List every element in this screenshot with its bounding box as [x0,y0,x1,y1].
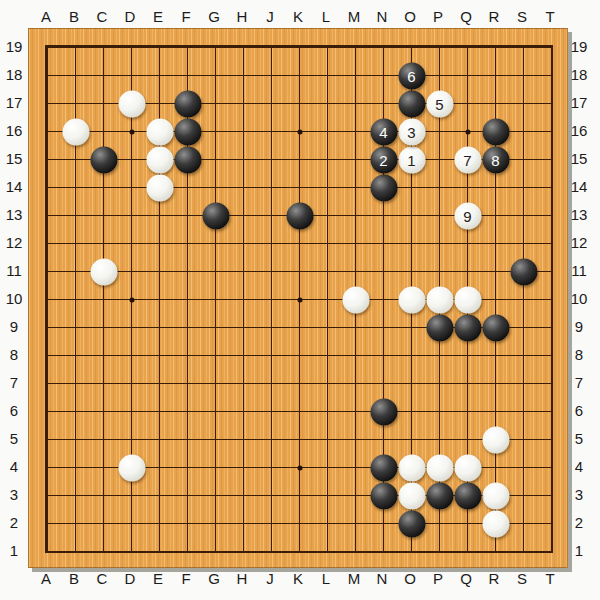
white-stone-P10: ○ [426,286,453,313]
coord-label-bottom-M: M [348,570,361,587]
black-stone-Q9: ● [454,314,481,341]
move-number: 2 [370,146,397,173]
coord-label-top-P: P [433,8,443,25]
coord-label-right-18: 18 [571,66,588,83]
white-stone-E16: ○ [146,118,173,145]
black-stone-K13: ● [286,202,313,229]
coord-label-right-14: 14 [571,178,588,195]
black-stone-O17: ● [398,90,425,117]
white-stone-P17: ○5 [426,90,453,117]
coord-label-left-19: 19 [6,38,23,55]
black-stone-N6: ● [370,398,397,425]
white-stone-glyph: ○ [426,286,453,313]
coord-label-bottom-C: C [97,570,108,587]
coord-label-left-2: 2 [10,514,18,531]
coord-label-top-S: S [517,8,527,25]
move-number: 4 [370,118,397,145]
black-stone-N14: ● [370,174,397,201]
coord-label-right-7: 7 [575,374,583,391]
coord-label-right-3: 3 [575,486,583,503]
white-stone-Q4: ○ [454,454,481,481]
star-point-K10 [297,297,302,302]
coord-label-right-16: 16 [571,122,588,139]
white-stone-R2: ○ [482,510,509,537]
black-stone-F16: ● [174,118,201,145]
coord-label-left-16: 16 [6,122,23,139]
white-stone-P4: ○ [426,454,453,481]
black-stone-glyph: ● [370,454,397,481]
white-stone-O16: ○3 [398,118,425,145]
coord-label-top-M: M [348,8,361,25]
coord-label-right-12: 12 [571,234,588,251]
coord-label-bottom-K: K [293,570,303,587]
coord-label-bottom-N: N [377,570,388,587]
black-stone-N4: ● [370,454,397,481]
coord-label-left-9: 9 [10,318,18,335]
black-stone-glyph: ● [482,118,509,145]
move-number: 7 [454,146,481,173]
move-number: 1 [398,146,425,173]
black-stone-glyph: ● [426,314,453,341]
coord-label-bottom-B: B [69,570,79,587]
coord-label-top-T: T [545,8,554,25]
coord-label-bottom-S: S [517,570,527,587]
coord-label-top-G: G [208,8,220,25]
white-stone-Q13: ○9 [454,202,481,229]
white-stone-O3: ○ [398,482,425,509]
coord-label-left-14: 14 [6,178,23,195]
coord-label-right-11: 11 [571,262,587,279]
coord-label-top-K: K [293,8,303,25]
black-stone-G13: ● [202,202,229,229]
white-stone-E14: ○ [146,174,173,201]
coord-label-bottom-E: E [153,570,163,587]
black-stone-glyph: ● [398,90,425,117]
white-stone-glyph: ○ [398,454,425,481]
black-stone-P9: ● [426,314,453,341]
coord-label-right-6: 6 [575,402,583,419]
coord-label-top-E: E [153,8,163,25]
coord-label-right-1: 1 [575,542,583,559]
white-stone-glyph: ○ [146,146,173,173]
white-stone-glyph: ○ [118,90,145,117]
coord-label-top-B: B [69,8,79,25]
coord-label-bottom-D: D [125,570,136,587]
coord-label-bottom-G: G [208,570,220,587]
white-stone-Q15: ○7 [454,146,481,173]
white-stone-D4: ○ [118,454,145,481]
move-number: 6 [398,62,425,89]
white-stone-C11: ○ [90,258,117,285]
coord-label-right-13: 13 [571,206,588,223]
coord-label-left-4: 4 [10,458,18,475]
black-stone-R15: ●8 [482,146,509,173]
white-stone-glyph: ○ [118,454,145,481]
black-stone-S11: ● [510,258,537,285]
star-point-Q16 [465,129,470,134]
white-stone-glyph: ○ [398,482,425,509]
white-stone-Q10: ○ [454,286,481,313]
star-point-K4 [297,465,302,470]
coord-label-right-15: 15 [571,150,588,167]
coord-label-right-19: 19 [571,38,588,55]
black-stone-glyph: ● [90,146,117,173]
go-board[interactable]: ○○○○○○○○○○○○○○○○○○●●●●●●●●●●●●●●●●●●●○1●… [28,28,568,568]
white-stone-glyph: ○ [454,454,481,481]
coord-label-top-D: D [125,8,136,25]
coord-label-top-C: C [97,8,108,25]
star-point-K16 [297,129,302,134]
white-stone-glyph: ○ [146,174,173,201]
coord-label-right-17: 17 [571,94,588,111]
coord-label-bottom-R: R [489,570,500,587]
star-point-D10 [129,297,134,302]
black-stone-glyph: ● [510,258,537,285]
coord-label-top-F: F [181,8,190,25]
coord-label-bottom-F: F [181,570,190,587]
coord-label-bottom-A: A [41,570,51,587]
black-stone-glyph: ● [370,482,397,509]
black-stone-glyph: ● [454,314,481,341]
white-stone-glyph: ○ [482,426,509,453]
white-stone-E15: ○ [146,146,173,173]
white-stone-glyph: ○ [398,286,425,313]
coord-label-top-O: O [404,8,416,25]
white-stone-R5: ○ [482,426,509,453]
white-stone-glyph: ○ [482,510,509,537]
black-stone-R16: ● [482,118,509,145]
black-stone-glyph: ● [454,482,481,509]
coord-label-bottom-Q: Q [460,570,472,587]
black-stone-C15: ● [90,146,117,173]
black-stone-N16: ●4 [370,118,397,145]
black-stone-F15: ● [174,146,201,173]
coord-label-right-2: 2 [575,514,583,531]
white-stone-glyph: ○ [62,118,89,145]
black-stone-glyph: ● [286,202,313,229]
white-stone-glyph: ○ [342,286,369,313]
black-stone-P3: ● [426,482,453,509]
black-stone-Q3: ● [454,482,481,509]
coord-label-left-3: 3 [10,486,18,503]
coord-label-left-13: 13 [6,206,23,223]
coord-label-left-17: 17 [6,94,23,111]
star-point-D16 [129,129,134,134]
coord-label-top-J: J [266,8,274,25]
white-stone-O4: ○ [398,454,425,481]
black-stone-F17: ● [174,90,201,117]
coord-label-left-6: 6 [10,402,18,419]
coord-label-top-A: A [41,8,51,25]
move-number: 5 [426,90,453,117]
coord-label-top-Q: Q [460,8,472,25]
black-stone-O2: ● [398,510,425,537]
black-stone-glyph: ● [174,146,201,173]
coord-label-top-R: R [489,8,500,25]
white-stone-O15: ○1 [398,146,425,173]
move-number: 9 [454,202,481,229]
coord-label-right-4: 4 [575,458,583,475]
coord-label-top-H: H [237,8,248,25]
coord-label-top-N: N [377,8,388,25]
white-stone-O10: ○ [398,286,425,313]
coord-label-left-18: 18 [6,66,23,83]
coord-label-right-9: 9 [575,318,583,335]
black-stone-R9: ● [482,314,509,341]
coord-label-left-11: 11 [6,262,22,279]
coord-label-left-7: 7 [10,374,18,391]
coord-label-left-8: 8 [10,346,18,363]
coord-label-right-8: 8 [575,346,583,363]
coord-label-left-5: 5 [10,430,18,447]
white-stone-M10: ○ [342,286,369,313]
coord-label-bottom-L: L [322,570,330,587]
coord-label-left-1: 1 [10,542,18,559]
coord-label-left-12: 12 [6,234,23,251]
white-stone-D17: ○ [118,90,145,117]
black-stone-glyph: ● [174,90,201,117]
coord-label-bottom-P: P [433,570,443,587]
coord-label-bottom-J: J [266,570,274,587]
white-stone-B16: ○ [62,118,89,145]
black-stone-glyph: ● [370,398,397,425]
white-stone-glyph: ○ [482,482,509,509]
coord-label-left-15: 15 [6,150,23,167]
black-stone-glyph: ● [398,510,425,537]
black-stone-N3: ● [370,482,397,509]
coord-label-left-10: 10 [6,290,23,307]
coord-label-bottom-O: O [404,570,416,587]
move-number: 8 [482,146,509,173]
coord-label-bottom-H: H [237,570,248,587]
coord-label-right-10: 10 [571,290,588,307]
coord-label-top-L: L [322,8,330,25]
white-stone-glyph: ○ [426,454,453,481]
white-stone-glyph: ○ [90,258,117,285]
white-stone-R3: ○ [482,482,509,509]
black-stone-N15: ●2 [370,146,397,173]
go-diagram: ○○○○○○○○○○○○○○○○○○●●●●●●●●●●●●●●●●●●●○1●… [0,0,600,600]
black-stone-glyph: ● [174,118,201,145]
white-stone-glyph: ○ [454,286,481,313]
black-stone-glyph: ● [426,482,453,509]
black-stone-glyph: ● [202,202,229,229]
move-number: 3 [398,118,425,145]
black-stone-glyph: ● [482,314,509,341]
black-stone-glyph: ● [370,174,397,201]
coord-label-bottom-T: T [545,570,554,587]
black-stone-O18: ●6 [398,62,425,89]
coord-label-right-5: 5 [575,430,583,447]
white-stone-glyph: ○ [146,118,173,145]
